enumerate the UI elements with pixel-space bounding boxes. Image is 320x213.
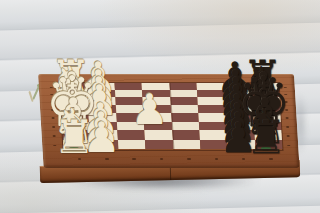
square-g1 xyxy=(62,130,90,139)
square-d3 xyxy=(116,105,144,113)
square-g2 xyxy=(90,130,118,139)
frame-coordinate-mark xyxy=(287,145,290,147)
frame-coordinate-mark xyxy=(50,87,53,89)
square-c2 xyxy=(88,97,116,105)
frame-coordinate-mark xyxy=(287,135,290,137)
square-g4 xyxy=(144,130,172,139)
square-d7 xyxy=(225,105,253,113)
square-g6 xyxy=(199,130,227,139)
square-a3 xyxy=(114,83,142,90)
square-a6 xyxy=(196,83,224,90)
square-f3 xyxy=(117,122,145,131)
square-h6 xyxy=(200,140,228,150)
frame-coordinate-mark xyxy=(105,158,109,160)
square-a1 xyxy=(60,83,88,90)
square-e5 xyxy=(171,113,199,122)
square-c5 xyxy=(170,97,198,105)
square-b3 xyxy=(115,90,143,97)
frame-coordinate-mark xyxy=(286,126,289,128)
square-b1 xyxy=(60,90,88,97)
square-d5 xyxy=(170,105,198,113)
frame-coordinate-mark xyxy=(132,158,136,160)
square-e7 xyxy=(226,113,254,122)
frame-coordinate-mark xyxy=(78,158,82,160)
frame-coordinate-mark xyxy=(285,109,288,111)
frame-coordinate-mark xyxy=(285,101,288,103)
square-d2 xyxy=(88,105,116,113)
frame-coordinate-mark xyxy=(51,109,54,111)
square-d8 xyxy=(252,105,280,113)
frame-coordinate-mark xyxy=(52,117,55,119)
square-a5 xyxy=(169,83,197,90)
square-e6 xyxy=(198,113,226,122)
frame-coordinate-mark xyxy=(242,158,246,160)
square-d6 xyxy=(198,105,226,113)
square-a8 xyxy=(251,83,279,90)
square-g7 xyxy=(227,130,255,139)
square-e2 xyxy=(89,113,117,122)
square-g3 xyxy=(117,130,145,139)
frame-coordinate-mark xyxy=(50,94,53,96)
square-h3 xyxy=(118,140,146,150)
square-f5 xyxy=(171,122,199,131)
board-squares xyxy=(60,83,283,150)
frame-coordinate-mark xyxy=(53,145,56,147)
square-b8 xyxy=(252,90,280,97)
square-h4 xyxy=(145,140,173,150)
square-h1 xyxy=(63,140,91,150)
square-f4 xyxy=(144,122,172,131)
square-b6 xyxy=(197,90,225,97)
frame-coordinate-mark xyxy=(269,158,273,160)
square-a7 xyxy=(224,83,252,90)
square-e4 xyxy=(143,113,171,122)
square-e3 xyxy=(116,113,144,122)
frame-coordinate-mark xyxy=(286,117,289,119)
square-c3 xyxy=(115,97,143,105)
square-a2 xyxy=(87,83,115,90)
square-h8 xyxy=(255,140,283,150)
frame-coordinate-mark xyxy=(53,135,56,137)
square-b5 xyxy=(169,90,197,97)
frame-coordinate-mark xyxy=(51,101,54,103)
square-f1 xyxy=(62,122,90,131)
square-d1 xyxy=(61,105,89,113)
square-e8 xyxy=(253,113,281,122)
frame-coordinate-mark xyxy=(215,158,219,160)
square-b7 xyxy=(224,90,252,97)
frame-coordinate-mark xyxy=(284,87,287,89)
square-c7 xyxy=(225,97,253,105)
square-f7 xyxy=(226,122,254,131)
square-e1 xyxy=(61,113,89,122)
square-c1 xyxy=(60,97,88,105)
square-h7 xyxy=(227,140,255,150)
square-c8 xyxy=(252,97,280,105)
frame-coordinate-mark xyxy=(52,126,55,128)
square-b4 xyxy=(142,90,170,97)
square-f6 xyxy=(199,122,227,131)
square-h5 xyxy=(172,140,200,150)
square-f2 xyxy=(89,122,117,131)
square-d4 xyxy=(143,105,171,113)
square-f8 xyxy=(253,122,281,131)
square-a4 xyxy=(142,83,170,90)
square-b2 xyxy=(87,90,115,97)
frame-coordinate-mark xyxy=(160,158,164,160)
board-frame xyxy=(38,74,300,168)
square-g8 xyxy=(254,130,282,139)
chessboard-photo: ♜♟♟♜♞♟♟♞♝♟♟♝♛♟♟♛♚♟♟♚♝♟♟♝♞♟♟♞♜♟♟♜ xyxy=(0,0,320,213)
square-g5 xyxy=(172,130,200,139)
square-c6 xyxy=(197,97,225,105)
frame-coordinate-mark xyxy=(187,158,191,160)
square-c4 xyxy=(143,97,171,105)
frame-coordinate-mark xyxy=(284,94,287,96)
square-h2 xyxy=(90,140,118,150)
